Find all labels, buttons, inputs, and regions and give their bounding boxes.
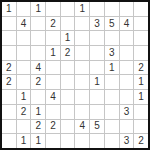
cell-r10c9[interactable]: 3 — [120, 134, 134, 148]
clue-number: 1 — [35, 136, 41, 146]
cell-r10c3[interactable]: 1 — [31, 134, 45, 148]
cell-r4c1[interactable] — [2, 46, 16, 60]
cell-r7c5[interactable] — [61, 90, 75, 104]
cell-r1c7[interactable] — [90, 2, 104, 16]
cell-r4c6[interactable] — [75, 46, 89, 60]
cell-r6c4[interactable] — [46, 75, 60, 89]
cell-r7c1[interactable] — [2, 90, 16, 104]
cell-r6c7[interactable]: 1 — [90, 75, 104, 89]
cell-r2c1[interactable] — [2, 17, 16, 31]
cell-r2c4[interactable]: 2 — [46, 17, 60, 31]
cell-r5c7[interactable] — [90, 61, 104, 75]
cell-r7c6[interactable] — [75, 90, 89, 104]
clue-number: 1 — [35, 4, 41, 14]
cell-r3c6[interactable] — [75, 31, 89, 45]
cell-r3c9[interactable] — [120, 31, 134, 45]
cell-r9c2[interactable] — [17, 120, 31, 134]
cell-r7c4[interactable]: 4 — [46, 90, 60, 104]
cell-r4c5[interactable]: 2 — [61, 46, 75, 60]
clue-number: 2 — [138, 63, 144, 73]
cell-r6c10[interactable]: 1 — [134, 75, 148, 89]
cell-r9c1[interactable] — [2, 120, 16, 134]
cell-r6c5[interactable] — [61, 75, 75, 89]
cell-r4c2[interactable] — [17, 46, 31, 60]
clue-number: 3 — [94, 19, 100, 29]
clue-number: 2 — [6, 77, 12, 87]
cell-r2c6[interactable] — [75, 17, 89, 31]
clue-number: 1 — [80, 4, 86, 14]
cell-r6c9[interactable] — [120, 75, 134, 89]
cell-r2c3[interactable] — [31, 17, 45, 31]
cell-r2c10[interactable] — [134, 17, 148, 31]
cell-r2c5[interactable] — [61, 17, 75, 31]
cell-r1c9[interactable] — [120, 2, 134, 16]
cell-r3c1[interactable] — [2, 31, 16, 45]
cell-r4c10[interactable] — [134, 46, 148, 60]
cell-r9c5[interactable] — [61, 120, 75, 134]
cell-r5c2[interactable] — [17, 61, 31, 75]
cell-r5c10[interactable]: 2 — [134, 61, 148, 75]
cell-r10c8[interactable] — [105, 134, 119, 148]
clue-number: 2 — [65, 48, 71, 58]
clue-number: 1 — [65, 33, 71, 43]
clue-number: 1 — [35, 107, 41, 117]
cell-r6c8[interactable] — [105, 75, 119, 89]
cell-r5c8[interactable]: 1 — [105, 61, 119, 75]
cell-r9c3[interactable]: 2 — [31, 120, 45, 134]
cell-r4c3[interactable] — [31, 46, 45, 60]
cell-r4c8[interactable]: 3 — [105, 46, 119, 60]
cell-r5c6[interactable] — [75, 61, 89, 75]
cell-r10c1[interactable] — [2, 134, 16, 148]
clue-number: 3 — [124, 107, 130, 117]
clue-number: 2 — [35, 121, 41, 131]
clue-number: 2 — [138, 136, 144, 146]
cell-r8c7[interactable] — [90, 105, 104, 119]
cell-r7c3[interactable] — [31, 90, 45, 104]
clue-number: 3 — [124, 136, 130, 146]
clue-number: 1 — [109, 63, 115, 73]
cell-r8c9[interactable]: 3 — [120, 105, 134, 119]
cell-r3c7[interactable] — [90, 31, 104, 45]
cell-r5c3[interactable]: 4 — [31, 61, 45, 75]
cell-r5c1[interactable]: 2 — [2, 61, 16, 75]
cell-r6c2[interactable] — [17, 75, 31, 89]
cell-r7c8[interactable] — [105, 90, 119, 104]
cell-r8c4[interactable] — [46, 105, 60, 119]
cell-r3c4[interactable] — [46, 31, 60, 45]
cell-r1c2[interactable] — [17, 2, 31, 16]
cell-r2c2[interactable]: 4 — [17, 17, 31, 31]
cell-r10c2[interactable]: 1 — [17, 134, 31, 148]
cell-r1c4[interactable] — [46, 2, 60, 16]
cell-r3c8[interactable] — [105, 31, 119, 45]
clue-number: 1 — [6, 4, 12, 14]
cell-r9c4[interactable]: 2 — [46, 120, 60, 134]
cell-r1c3[interactable]: 1 — [31, 2, 45, 16]
cell-r8c10[interactable] — [134, 105, 148, 119]
clue-number: 1 — [50, 48, 56, 58]
cell-r1c1[interactable]: 1 — [2, 2, 16, 16]
cell-r9c6[interactable]: 4 — [75, 120, 89, 134]
cell-r5c5[interactable] — [61, 61, 75, 75]
cell-r8c6[interactable] — [75, 105, 89, 119]
clue-number: 4 — [124, 19, 130, 29]
clue-number: 2 — [50, 19, 56, 29]
cell-r9c8[interactable] — [105, 120, 119, 134]
clue-number: 2 — [35, 77, 41, 87]
clue-number: 4 — [50, 92, 56, 102]
cell-r1c6[interactable]: 1 — [75, 2, 89, 16]
cell-r2c7[interactable]: 3 — [90, 17, 104, 31]
clue-number: 5 — [109, 19, 115, 29]
cell-r8c2[interactable]: 2 — [17, 105, 31, 119]
cell-r5c4[interactable] — [46, 61, 60, 75]
cell-r1c8[interactable] — [105, 2, 119, 16]
clue-number: 1 — [138, 77, 144, 87]
clue-number: 2 — [6, 63, 12, 73]
cell-r8c8[interactable] — [105, 105, 119, 119]
cell-r4c9[interactable] — [120, 46, 134, 60]
cell-r2c8[interactable]: 5 — [105, 17, 119, 31]
cell-r8c5[interactable] — [61, 105, 75, 119]
cell-r3c5[interactable]: 1 — [61, 31, 75, 45]
cell-r3c10[interactable] — [134, 31, 148, 45]
cell-r7c9[interactable] — [120, 90, 134, 104]
clue-number: 4 — [21, 19, 27, 29]
cell-r4c4[interactable]: 1 — [46, 46, 60, 60]
cell-r7c7[interactable] — [90, 90, 104, 104]
clue-number: 1 — [21, 136, 27, 146]
cell-r1c5[interactable] — [61, 2, 75, 16]
cell-r3c3[interactable] — [31, 31, 45, 45]
clue-number: 1 — [94, 77, 100, 87]
clue-number: 4 — [35, 63, 41, 73]
cell-r10c5[interactable] — [61, 134, 75, 148]
cell-r8c1[interactable] — [2, 105, 16, 119]
clue-number: 2 — [50, 121, 56, 131]
cell-r10c4[interactable] — [46, 134, 60, 148]
cell-r10c10[interactable]: 2 — [134, 134, 148, 148]
clue-number: 2 — [21, 107, 27, 117]
puzzle-board: 1114235411232412221114121322451132 — [0, 0, 150, 150]
cell-r10c7[interactable] — [90, 134, 104, 148]
cell-r2c9[interactable]: 4 — [120, 17, 134, 31]
cell-r6c6[interactable] — [75, 75, 89, 89]
clue-number: 5 — [94, 121, 100, 131]
cell-r8c3[interactable]: 1 — [31, 105, 45, 119]
cell-r10c6[interactable] — [75, 134, 89, 148]
cell-r4c7[interactable] — [90, 46, 104, 60]
cell-r5c9[interactable] — [120, 61, 134, 75]
cell-r7c2[interactable]: 1 — [17, 90, 31, 104]
clue-number: 1 — [138, 92, 144, 102]
cell-r9c7[interactable]: 5 — [90, 120, 104, 134]
cell-r9c9[interactable] — [120, 120, 134, 134]
cell-r1c10[interactable] — [134, 2, 148, 16]
clue-number: 1 — [21, 92, 27, 102]
cell-r6c1[interactable]: 2 — [2, 75, 16, 89]
cell-r3c2[interactable] — [17, 31, 31, 45]
cell-r9c10[interactable] — [134, 120, 148, 134]
cell-r7c10[interactable]: 1 — [134, 90, 148, 104]
clue-number: 3 — [109, 48, 115, 58]
clue-number: 4 — [80, 121, 86, 131]
cell-r6c3[interactable]: 2 — [31, 75, 45, 89]
